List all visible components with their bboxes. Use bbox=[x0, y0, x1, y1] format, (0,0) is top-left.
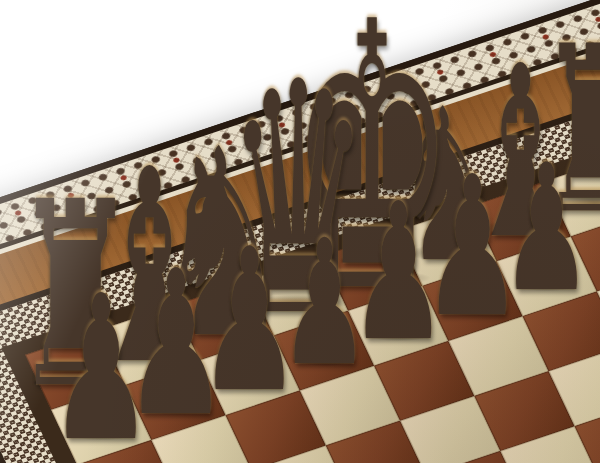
pawn-glyph: ♟ bbox=[49, 269, 153, 463]
pieces-layer: ♜♝♞♛♚♞♝♜♟♟♟♟♟♟♟ bbox=[0, 0, 600, 463]
piece-pawn-a2[interactable]: ♟ bbox=[43, 325, 159, 435]
photo-scene: ♜♝♞♛♚♞♝♜♟♟♟♟♟♟♟ bbox=[0, 0, 600, 463]
